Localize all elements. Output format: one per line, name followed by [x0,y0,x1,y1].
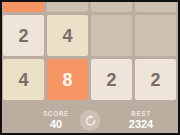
tile-4: 4 [3,59,44,100]
empty-cell [135,15,176,56]
best-value: 2324 [129,118,153,130]
score-value: 40 [43,118,69,130]
game-screen: 8244822 SCORE 40 BEST 2324 [0,0,180,135]
board-grid[interactable]: 8244822 [2,0,177,100]
tile-2: 2 [3,15,44,56]
empty-cell [47,0,88,12]
score-label: SCORE [43,110,69,117]
score-panel: SCORE 40 [43,110,69,130]
scoreboard-bar: SCORE 40 BEST 2324 [2,101,178,133]
restart-icon [84,115,96,127]
best-label: BEST [129,110,153,117]
tile-8: 8 [3,0,44,12]
empty-cell [91,0,132,12]
tile-2: 2 [135,59,176,100]
empty-cell [135,0,176,12]
tile-2: 2 [91,59,132,100]
restart-button[interactable] [80,110,101,131]
best-panel: BEST 2324 [129,110,153,130]
tile-8: 8 [47,59,88,100]
empty-cell [91,15,132,56]
tile-4: 4 [47,15,88,56]
